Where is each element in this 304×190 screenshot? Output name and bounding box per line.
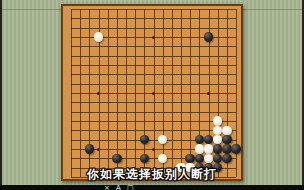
black-stone (213, 144, 222, 153)
video-frame[interactable]: 你如果选择扳别人断打 × A □ (0, 0, 304, 190)
white-stone (213, 135, 222, 144)
white-stone (204, 144, 213, 153)
black-stone (204, 135, 213, 144)
white-stone (158, 135, 167, 144)
star-point (152, 92, 155, 95)
white-stone (195, 144, 204, 153)
bottom-cut-text: × A □ (104, 185, 136, 190)
right-letterbox-edge (302, 0, 304, 190)
grid-line (71, 121, 236, 122)
grid-line (71, 130, 236, 131)
black-stone (195, 154, 204, 163)
white-stone (213, 116, 222, 125)
star-point (97, 92, 100, 95)
star-point (152, 36, 155, 39)
star-point (97, 148, 100, 151)
grid-line (190, 9, 191, 177)
grid-line (181, 9, 182, 177)
star-point (207, 92, 210, 95)
star-point (152, 148, 155, 151)
board-grid (71, 9, 236, 177)
white-stone (222, 126, 231, 135)
left-letterbox-edge (0, 0, 2, 190)
black-stone (213, 154, 222, 163)
bottom-bar: × A □ (0, 185, 304, 190)
black-stone (231, 144, 240, 153)
white-stone (94, 32, 103, 41)
grid-line (71, 102, 236, 103)
black-stone (140, 154, 149, 163)
black-stone (222, 135, 231, 144)
black-stone (85, 144, 94, 153)
black-stone (112, 154, 121, 163)
grid-line (163, 9, 164, 177)
black-stone (185, 154, 194, 163)
grid-line (172, 9, 173, 177)
black-stone (140, 135, 149, 144)
go-board[interactable] (61, 4, 243, 181)
white-stone (204, 154, 213, 163)
black-stone (222, 144, 231, 153)
black-stone (222, 154, 231, 163)
white-stone (213, 126, 222, 135)
black-stone (204, 32, 213, 41)
white-stone (158, 154, 167, 163)
black-stone (195, 135, 204, 144)
grid-line (71, 112, 236, 113)
subtitle: 你如果选择扳别人断打 (0, 166, 304, 183)
